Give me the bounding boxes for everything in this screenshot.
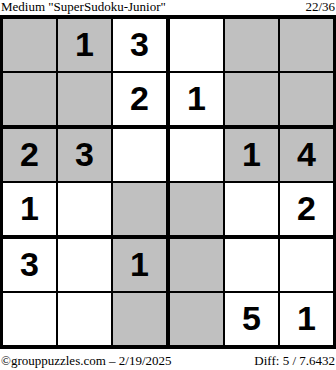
cell-r1c2-given[interactable]: 1 (58, 19, 111, 71)
given-digit: 1 (187, 81, 206, 115)
cell-r1c6-empty[interactable] (280, 19, 333, 71)
cell-r1c1-empty[interactable] (3, 19, 56, 71)
cell-r5c1-given[interactable]: 3 (3, 239, 56, 291)
cell-r6c6-given[interactable]: 1 (280, 293, 333, 345)
cell-r3c5-given[interactable]: 1 (225, 129, 278, 181)
cell-r2c4-given[interactable]: 1 (170, 73, 223, 125)
cell-r5c6-empty[interactable] (280, 239, 333, 291)
puzzle-progress: 22/36 (305, 0, 335, 14)
cell-r3c1-given[interactable]: 2 (3, 129, 56, 181)
given-digit: 3 (130, 27, 149, 61)
header: Medium "SuperSudoku-Junior" 22/36 (0, 0, 336, 15)
cell-r6c1-empty[interactable] (3, 293, 56, 345)
given-digit: 2 (20, 137, 39, 171)
cell-r4c5-empty[interactable] (225, 183, 278, 235)
cell-r2c6-empty[interactable] (280, 73, 333, 125)
puzzle-title: Medium "SuperSudoku-Junior" (1, 0, 166, 14)
cell-r5c4-empty[interactable] (170, 239, 223, 291)
sudoku-board: 13212314123151 (0, 15, 336, 349)
cell-r1c4-empty[interactable] (170, 19, 223, 71)
cell-r4c3-empty[interactable] (113, 183, 166, 235)
cell-r1c3-given[interactable]: 3 (113, 19, 166, 71)
given-digit: 1 (130, 247, 149, 281)
given-digit: 3 (20, 247, 39, 281)
cell-r2c5-empty[interactable] (225, 73, 278, 125)
given-digit: 1 (20, 191, 39, 225)
cell-r6c3-empty[interactable] (113, 293, 166, 345)
cell-r6c2-empty[interactable] (58, 293, 111, 345)
cell-r2c1-empty[interactable] (3, 73, 56, 125)
cell-r4c1-given[interactable]: 1 (3, 183, 56, 235)
cell-r1c5-empty[interactable] (225, 19, 278, 71)
cell-r3c4-empty[interactable] (170, 129, 223, 181)
given-digit: 4 (297, 137, 316, 171)
footer: ©grouppuzzles.com – 2/19/2025 Diff: 5 / … (0, 353, 336, 368)
given-digit: 3 (75, 137, 94, 171)
cell-r3c6-given[interactable]: 4 (280, 129, 333, 181)
given-digit: 1 (297, 301, 316, 335)
cell-r6c5-given[interactable]: 5 (225, 293, 278, 345)
cell-r4c4-empty[interactable] (170, 183, 223, 235)
cell-r2c2-empty[interactable] (58, 73, 111, 125)
cell-r3c3-empty[interactable] (113, 129, 166, 181)
cell-r2c3-given[interactable]: 2 (113, 73, 166, 125)
cell-r5c2-empty[interactable] (58, 239, 111, 291)
cell-r3c2-given[interactable]: 3 (58, 129, 111, 181)
given-digit: 1 (242, 137, 261, 171)
difficulty-rating: Diff: 5 / 7.6432 (254, 353, 335, 368)
given-digit: 2 (130, 81, 149, 115)
cell-r6c4-empty[interactable] (170, 293, 223, 345)
footer-copyright: ©grouppuzzles.com – 2/19/2025 (1, 353, 172, 368)
cell-r4c2-empty[interactable] (58, 183, 111, 235)
given-digit: 1 (75, 27, 94, 61)
cell-r5c5-empty[interactable] (225, 239, 278, 291)
cell-r5c3-given[interactable]: 1 (113, 239, 166, 291)
cell-r4c6-given[interactable]: 2 (280, 183, 333, 235)
given-digit: 5 (242, 301, 261, 335)
given-digit: 2 (297, 191, 316, 225)
